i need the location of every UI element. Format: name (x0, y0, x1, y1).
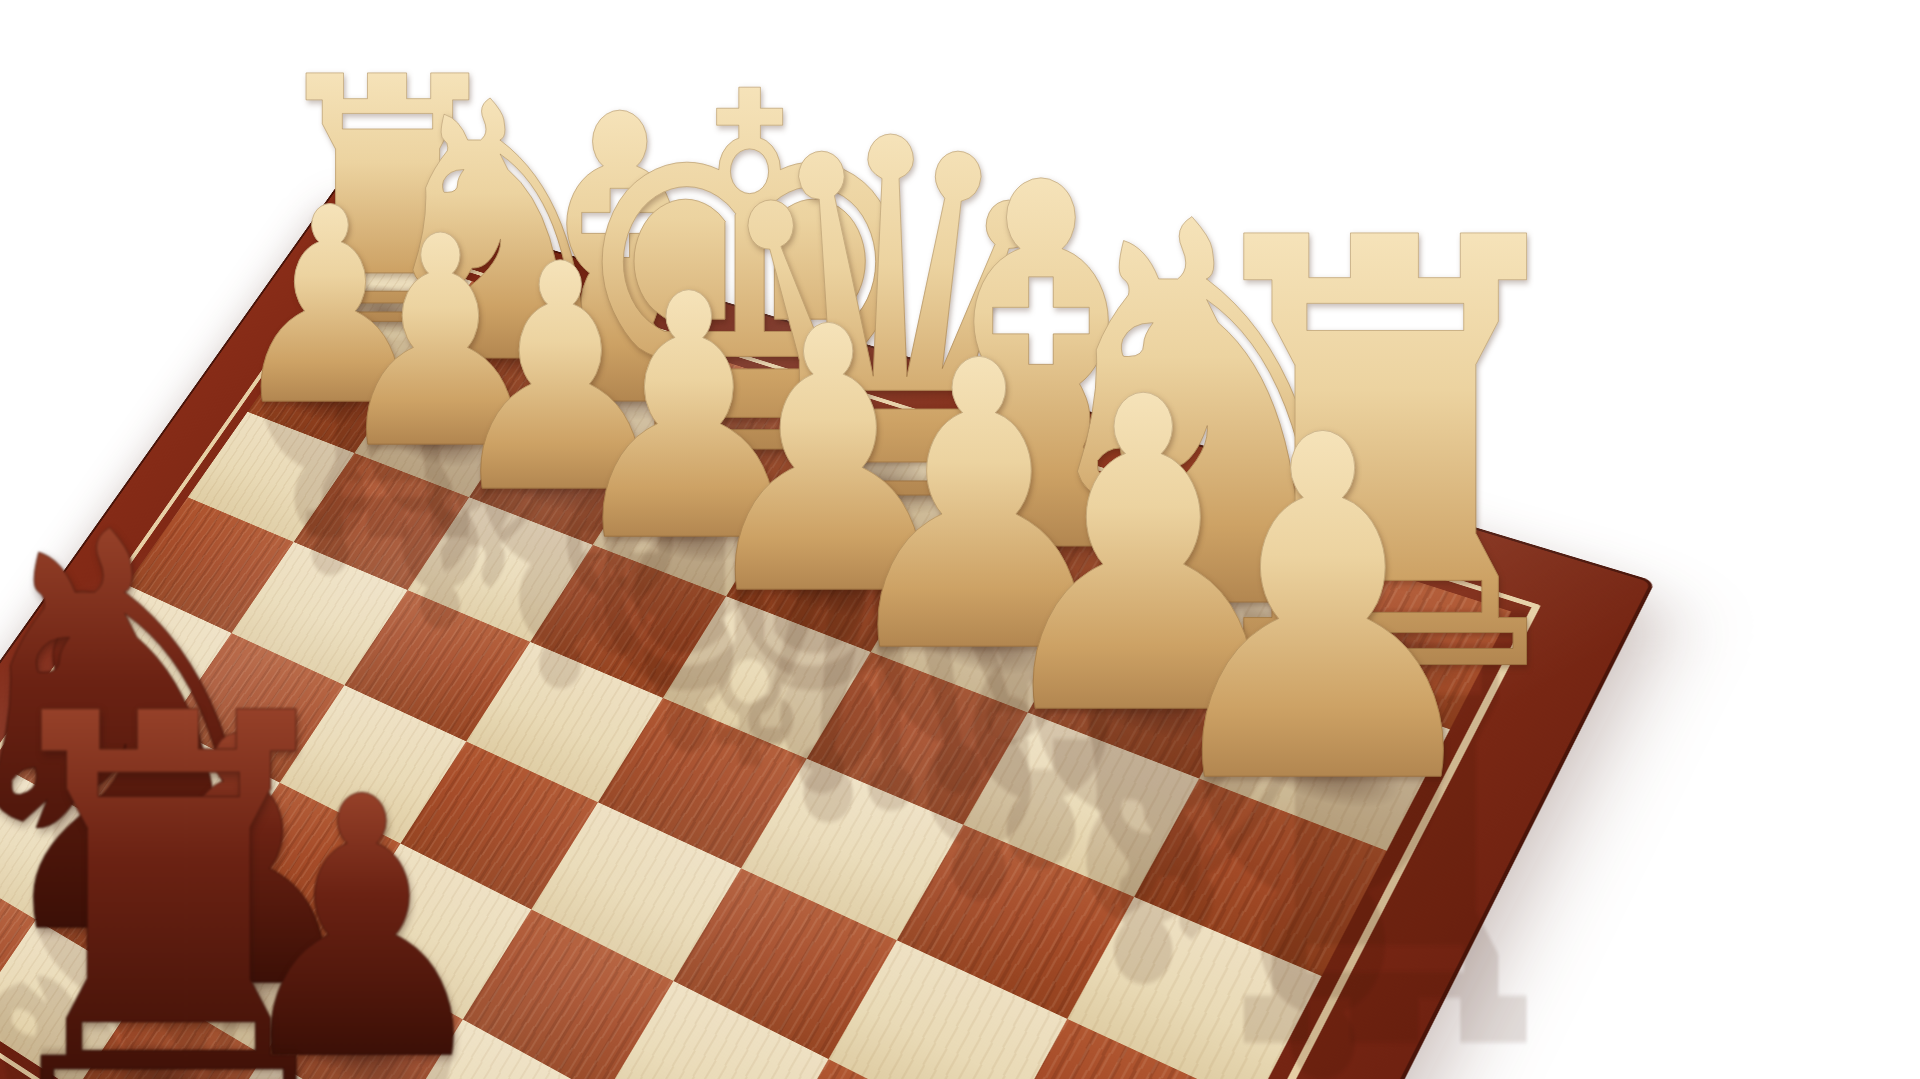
board-squares-grid (0, 247, 1511, 1079)
chess-board (0, 185, 1655, 1079)
chess-set-photo-scene: ♜♜♞♞♝♝♟♟♚♚♟♟♛♛♟♟♟♟♝♝♟♟♞♞♟♟♜♜♟♟♟♟♟♟♞♞♟♟♟♟… (0, 0, 1920, 1079)
